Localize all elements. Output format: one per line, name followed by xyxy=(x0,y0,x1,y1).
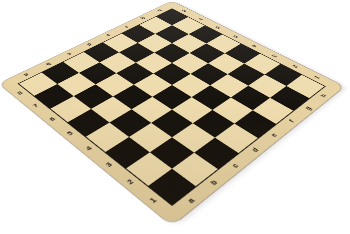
board-grid xyxy=(19,9,324,205)
chess-board: abcdefgh abcdefgh 87654321 87654321 xyxy=(0,1,344,225)
product-photo-background: abcdefgh abcdefgh 87654321 87654321 xyxy=(0,0,350,234)
board-mat: abcdefgh abcdefgh 87654321 87654321 xyxy=(0,1,344,225)
